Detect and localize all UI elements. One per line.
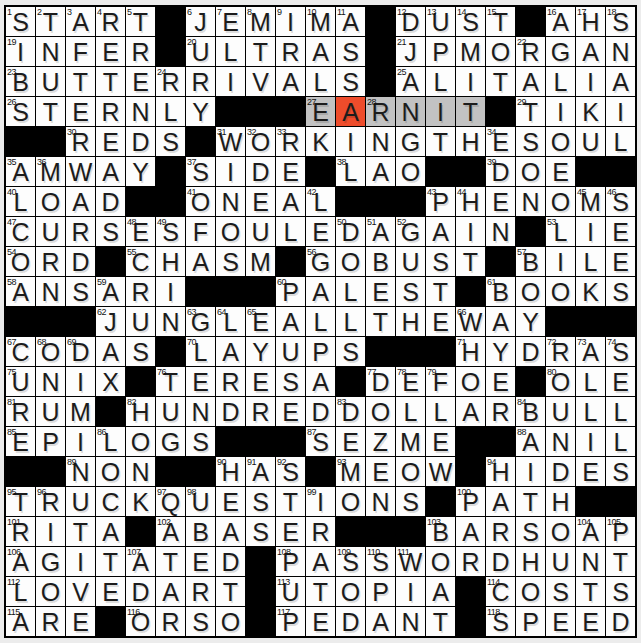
- cell-r4c13[interactable]: 28R: [366, 97, 395, 126]
- cell-r12c3[interactable]: 69D: [66, 337, 95, 366]
- cell-r6c2[interactable]: 36M: [36, 157, 65, 186]
- cell-r9c3[interactable]: D: [66, 247, 95, 276]
- cell-r20c6[interactable]: A: [156, 577, 185, 606]
- cell-r21c11[interactable]: E: [306, 607, 335, 636]
- cell-r10c15[interactable]: T: [426, 277, 455, 306]
- cell-r10c5[interactable]: R: [126, 277, 155, 306]
- cell-r13c14[interactable]: 78E: [396, 367, 425, 396]
- cell-r1c16[interactable]: 14S: [456, 7, 485, 36]
- cell-r16c9[interactable]: 91A: [246, 457, 275, 486]
- cell-r3c14[interactable]: 25A: [396, 67, 425, 96]
- cell-r21c7[interactable]: S: [186, 607, 215, 636]
- cell-r21c1[interactable]: 115A: [6, 607, 35, 636]
- cell-r8c1[interactable]: 47C: [6, 217, 35, 246]
- cell-r14c1[interactable]: 81R: [6, 397, 35, 426]
- cell-r21c6[interactable]: R: [156, 607, 185, 636]
- cell-r9c20[interactable]: L: [576, 247, 605, 276]
- cell-r4c12[interactable]: A: [336, 97, 365, 126]
- cell-r13c3[interactable]: I: [66, 367, 95, 396]
- cell-r3c19[interactable]: L: [546, 67, 575, 96]
- cell-r4c1[interactable]: 26S: [6, 97, 35, 126]
- cell-r18c20[interactable]: 104A: [576, 517, 605, 546]
- cell-r19c12[interactable]: 109S: [336, 547, 365, 576]
- cell-r18c1[interactable]: 101R: [6, 517, 35, 546]
- cell-r20c13[interactable]: P: [366, 577, 395, 606]
- cell-r18c4[interactable]: A: [96, 517, 125, 546]
- cell-r4c14[interactable]: N: [396, 97, 425, 126]
- cell-r11c16[interactable]: 66W: [456, 307, 485, 336]
- cell-r11c13[interactable]: T: [366, 307, 395, 336]
- cell-r9c13[interactable]: B: [366, 247, 395, 276]
- cell-r19c10[interactable]: 108P: [276, 547, 305, 576]
- cell-r19c20[interactable]: N: [576, 547, 605, 576]
- cell-r5c12[interactable]: I: [336, 127, 365, 156]
- cell-r1c4[interactable]: 4R: [96, 7, 125, 36]
- cell-r10c21[interactable]: S: [606, 277, 635, 306]
- cell-r17c17[interactable]: A: [486, 487, 515, 516]
- cell-r13c17[interactable]: E: [486, 367, 515, 396]
- cell-r1c17[interactable]: 15T: [486, 7, 515, 36]
- cell-r12c18[interactable]: D: [516, 337, 545, 366]
- cell-r8c16[interactable]: I: [456, 217, 485, 246]
- cell-r14c2[interactable]: U: [36, 397, 65, 426]
- cell-r20c18[interactable]: O: [516, 577, 545, 606]
- cell-r8c9[interactable]: U: [246, 217, 275, 246]
- cell-r17c10[interactable]: T: [276, 487, 305, 516]
- cell-r17c2[interactable]: 96R: [36, 487, 65, 516]
- cell-r1c9[interactable]: 8M: [246, 7, 275, 36]
- cell-r2c8[interactable]: L: [216, 37, 245, 66]
- cell-r9c2[interactable]: R: [36, 247, 65, 276]
- cell-r21c18[interactable]: P: [516, 607, 545, 636]
- cell-r17c13[interactable]: N: [366, 487, 395, 516]
- cell-r11c10[interactable]: A: [276, 307, 305, 336]
- cell-r2c1[interactable]: 19I: [6, 37, 35, 66]
- cell-r1c7[interactable]: 6J: [186, 7, 215, 36]
- cell-r12c7[interactable]: 70L: [186, 337, 215, 366]
- cell-r7c2[interactable]: O: [36, 187, 65, 216]
- cell-r12c19[interactable]: 72R: [546, 337, 575, 366]
- cell-r4c19[interactable]: I: [546, 97, 575, 126]
- cell-r10c2[interactable]: N: [36, 277, 65, 306]
- cell-r6c4[interactable]: A: [96, 157, 125, 186]
- cell-r2c20[interactable]: A: [576, 37, 605, 66]
- cell-r7c8[interactable]: N: [216, 187, 245, 216]
- cell-r20c14[interactable]: I: [396, 577, 425, 606]
- cell-r2c4[interactable]: E: [96, 37, 125, 66]
- cell-r3c18[interactable]: A: [516, 67, 545, 96]
- cell-r1c2[interactable]: 2T: [36, 7, 65, 36]
- cell-r8c4[interactable]: S: [96, 217, 125, 246]
- cell-r14c7[interactable]: N: [186, 397, 215, 426]
- cell-r1c3[interactable]: 3A: [66, 7, 95, 36]
- cell-r10c4[interactable]: 59A: [96, 277, 125, 306]
- cell-r11c7[interactable]: 63G: [186, 307, 215, 336]
- cell-r14c5[interactable]: 82H: [126, 397, 155, 426]
- cell-r3c12[interactable]: S: [336, 67, 365, 96]
- cell-r20c17[interactable]: 114C: [486, 577, 515, 606]
- cell-r4c4[interactable]: R: [96, 97, 125, 126]
- cell-r1c14[interactable]: 12D: [396, 7, 425, 36]
- cell-r16c3[interactable]: 89N: [66, 457, 95, 486]
- cell-r3c20[interactable]: I: [576, 67, 605, 96]
- cell-r7c16[interactable]: 44H: [456, 187, 485, 216]
- cell-r4c7[interactable]: Y: [186, 97, 215, 126]
- cell-r8c6[interactable]: 49S: [156, 217, 185, 246]
- cell-r4c6[interactable]: L: [156, 97, 185, 126]
- cell-r5c14[interactable]: G: [396, 127, 425, 156]
- cell-r19c15[interactable]: O: [426, 547, 455, 576]
- cell-r4c16[interactable]: T: [456, 97, 485, 126]
- cell-r2c18[interactable]: 22R: [516, 37, 545, 66]
- cell-r7c15[interactable]: 43P: [426, 187, 455, 216]
- cell-r10c12[interactable]: L: [336, 277, 365, 306]
- cell-r16c21[interactable]: S: [606, 457, 635, 486]
- cell-r19c1[interactable]: 106A: [6, 547, 35, 576]
- cell-r13c2[interactable]: N: [36, 367, 65, 396]
- cell-r3c10[interactable]: A: [276, 67, 305, 96]
- cell-r18c19[interactable]: O: [546, 517, 575, 546]
- cell-r19c21[interactable]: T: [606, 547, 635, 576]
- cell-r1c19[interactable]: 16A: [546, 7, 575, 36]
- cell-r10c13[interactable]: E: [366, 277, 395, 306]
- cell-r9c18[interactable]: 57B: [516, 247, 545, 276]
- cell-r19c6[interactable]: T: [156, 547, 185, 576]
- cell-r12c10[interactable]: U: [276, 337, 305, 366]
- cell-r6c1[interactable]: 35A: [6, 157, 35, 186]
- cell-r14c16[interactable]: A: [456, 397, 485, 426]
- cell-r14c15[interactable]: L: [426, 397, 455, 426]
- cell-r9c16[interactable]: T: [456, 247, 485, 276]
- cell-r17c18[interactable]: T: [516, 487, 545, 516]
- cell-r5c10[interactable]: 33R: [276, 127, 305, 156]
- cell-r13c6[interactable]: 76T: [156, 367, 185, 396]
- cell-r21c19[interactable]: E: [546, 607, 575, 636]
- cell-r19c2[interactable]: G: [36, 547, 65, 576]
- cell-r12c8[interactable]: A: [216, 337, 245, 366]
- cell-r3c17[interactable]: T: [486, 67, 515, 96]
- cell-r13c15[interactable]: 79F: [426, 367, 455, 396]
- cell-r14c10[interactable]: E: [276, 397, 305, 426]
- cell-r9c19[interactable]: I: [546, 247, 575, 276]
- cell-r2c3[interactable]: F: [66, 37, 95, 66]
- cell-r7c9[interactable]: E: [246, 187, 275, 216]
- cell-r16c10[interactable]: 92S: [276, 457, 305, 486]
- cell-r11c4[interactable]: 62J: [96, 307, 125, 336]
- cell-r16c13[interactable]: E: [366, 457, 395, 486]
- cell-r6c7[interactable]: 37S: [186, 157, 215, 186]
- cell-r19c17[interactable]: D: [486, 547, 515, 576]
- cell-r18c8[interactable]: A: [216, 517, 245, 546]
- cell-r5c20[interactable]: U: [576, 127, 605, 156]
- cell-r7c4[interactable]: D: [96, 187, 125, 216]
- cell-r19c3[interactable]: I: [66, 547, 95, 576]
- cell-r18c17[interactable]: R: [486, 517, 515, 546]
- cell-r2c17[interactable]: O: [486, 37, 515, 66]
- cell-r19c4[interactable]: T: [96, 547, 125, 576]
- cell-r18c3[interactable]: T: [66, 517, 95, 546]
- cell-r3c15[interactable]: L: [426, 67, 455, 96]
- cell-r2c19[interactable]: G: [546, 37, 575, 66]
- cell-r1c5[interactable]: 5T: [126, 7, 155, 36]
- cell-r13c8[interactable]: R: [216, 367, 245, 396]
- cell-r18c21[interactable]: 105P: [606, 517, 635, 546]
- cell-r12c1[interactable]: 67C: [6, 337, 35, 366]
- cell-r8c19[interactable]: 53L: [546, 217, 575, 246]
- cell-r20c8[interactable]: T: [216, 577, 245, 606]
- cell-r14c14[interactable]: L: [396, 397, 425, 426]
- cell-r14c19[interactable]: U: [546, 397, 575, 426]
- cell-r20c12[interactable]: O: [336, 577, 365, 606]
- cell-r1c11[interactable]: 10M: [306, 7, 335, 36]
- cell-r16c15[interactable]: W: [426, 457, 455, 486]
- cell-r11c18[interactable]: Y: [516, 307, 545, 336]
- cell-r19c18[interactable]: H: [516, 547, 545, 576]
- cell-r15c18[interactable]: 88A: [516, 427, 545, 456]
- cell-r2c2[interactable]: N: [36, 37, 65, 66]
- cell-r7c1[interactable]: 40L: [6, 187, 35, 216]
- cell-r6c12[interactable]: 38L: [336, 157, 365, 186]
- cell-r6c19[interactable]: E: [546, 157, 575, 186]
- cell-r9c5[interactable]: 55C: [126, 247, 155, 276]
- cell-r17c4[interactable]: C: [96, 487, 125, 516]
- cell-r1c8[interactable]: 7E: [216, 7, 245, 36]
- cell-r9c15[interactable]: S: [426, 247, 455, 276]
- cell-r1c15[interactable]: 13U: [426, 7, 455, 36]
- cell-r5c8[interactable]: 31W: [216, 127, 245, 156]
- cell-r3c16[interactable]: I: [456, 67, 485, 96]
- cell-r21c12[interactable]: D: [336, 607, 365, 636]
- cell-r3c7[interactable]: R: [186, 67, 215, 96]
- cell-r16c5[interactable]: N: [126, 457, 155, 486]
- cell-r5c17[interactable]: 34E: [486, 127, 515, 156]
- cell-r10c10[interactable]: 60P: [276, 277, 305, 306]
- cell-r5c15[interactable]: T: [426, 127, 455, 156]
- cell-r20c7[interactable]: R: [186, 577, 215, 606]
- cell-r16c19[interactable]: D: [546, 457, 575, 486]
- cell-r4c20[interactable]: K: [576, 97, 605, 126]
- cell-r1c12[interactable]: 11A: [336, 7, 365, 36]
- cell-r6c10[interactable]: E: [276, 157, 305, 186]
- cell-r14c17[interactable]: R: [486, 397, 515, 426]
- cell-r4c21[interactable]: I: [606, 97, 635, 126]
- cell-r19c8[interactable]: D: [216, 547, 245, 576]
- cell-r14c8[interactable]: D: [216, 397, 245, 426]
- cell-r12c9[interactable]: Y: [246, 337, 275, 366]
- cell-r10c3[interactable]: S: [66, 277, 95, 306]
- cell-r6c9[interactable]: D: [246, 157, 275, 186]
- cell-r9c14[interactable]: U: [396, 247, 425, 276]
- cell-r15c20[interactable]: I: [576, 427, 605, 456]
- cell-r14c11[interactable]: D: [306, 397, 335, 426]
- cell-r6c8[interactable]: I: [216, 157, 245, 186]
- cell-r8c17[interactable]: N: [486, 217, 515, 246]
- cell-r6c5[interactable]: Y: [126, 157, 155, 186]
- cell-r2c16[interactable]: M: [456, 37, 485, 66]
- cell-r19c11[interactable]: A: [306, 547, 335, 576]
- cell-r14c3[interactable]: M: [66, 397, 95, 426]
- cell-r14c18[interactable]: 84B: [516, 397, 545, 426]
- cell-r10c6[interactable]: I: [156, 277, 185, 306]
- cell-r18c16[interactable]: A: [456, 517, 485, 546]
- cell-r8c2[interactable]: U: [36, 217, 65, 246]
- cell-r8c10[interactable]: L: [276, 217, 305, 246]
- cell-r11c14[interactable]: H: [396, 307, 425, 336]
- cell-r21c20[interactable]: E: [576, 607, 605, 636]
- cell-r9c9[interactable]: M: [246, 247, 275, 276]
- cell-r15c13[interactable]: Z: [366, 427, 395, 456]
- cell-r13c4[interactable]: X: [96, 367, 125, 396]
- cell-r5c21[interactable]: L: [606, 127, 635, 156]
- cell-r21c3[interactable]: E: [66, 607, 95, 636]
- cell-r15c7[interactable]: S: [186, 427, 215, 456]
- cell-r11c8[interactable]: 64L: [216, 307, 245, 336]
- cell-r15c12[interactable]: E: [336, 427, 365, 456]
- cell-r6c17[interactable]: 39D: [486, 157, 515, 186]
- cell-r11c6[interactable]: N: [156, 307, 185, 336]
- cell-r11c9[interactable]: 65E: [246, 307, 275, 336]
- cell-r15c15[interactable]: E: [426, 427, 455, 456]
- cell-r6c13[interactable]: A: [366, 157, 395, 186]
- cell-r10c11[interactable]: A: [306, 277, 335, 306]
- cell-r21c2[interactable]: R: [36, 607, 65, 636]
- cell-r17c11[interactable]: 99I: [306, 487, 335, 516]
- cell-r10c18[interactable]: O: [516, 277, 545, 306]
- cell-r11c12[interactable]: L: [336, 307, 365, 336]
- cell-r12c11[interactable]: P: [306, 337, 335, 366]
- cell-r3c9[interactable]: V: [246, 67, 275, 96]
- cell-r20c3[interactable]: V: [66, 577, 95, 606]
- cell-r15c19[interactable]: N: [546, 427, 575, 456]
- cell-r19c16[interactable]: R: [456, 547, 485, 576]
- cell-r7c19[interactable]: O: [546, 187, 575, 216]
- cell-r7c10[interactable]: A: [276, 187, 305, 216]
- cell-r20c5[interactable]: D: [126, 577, 155, 606]
- cell-r20c21[interactable]: S: [606, 577, 635, 606]
- cell-r5c9[interactable]: 32O: [246, 127, 275, 156]
- cell-r12c12[interactable]: S: [336, 337, 365, 366]
- cell-r9c7[interactable]: A: [186, 247, 215, 276]
- cell-r8c21[interactable]: E: [606, 217, 635, 246]
- cell-r21c14[interactable]: N: [396, 607, 425, 636]
- cell-r2c12[interactable]: S: [336, 37, 365, 66]
- cell-r14c21[interactable]: L: [606, 397, 635, 426]
- cell-r18c2[interactable]: I: [36, 517, 65, 546]
- cell-r19c13[interactable]: 110S: [366, 547, 395, 576]
- cell-r20c4[interactable]: E: [96, 577, 125, 606]
- cell-r10c17[interactable]: 61B: [486, 277, 515, 306]
- cell-r14c9[interactable]: R: [246, 397, 275, 426]
- cell-r4c2[interactable]: T: [36, 97, 65, 126]
- cell-r4c3[interactable]: E: [66, 97, 95, 126]
- cell-r18c10[interactable]: E: [276, 517, 305, 546]
- cell-r9c11[interactable]: 56G: [306, 247, 335, 276]
- cell-r17c5[interactable]: K: [126, 487, 155, 516]
- cell-r8c15[interactable]: A: [426, 217, 455, 246]
- cell-r15c5[interactable]: O: [126, 427, 155, 456]
- cell-r16c20[interactable]: E: [576, 457, 605, 486]
- cell-r17c7[interactable]: 98U: [186, 487, 215, 516]
- cell-r8c5[interactable]: 48E: [126, 217, 155, 246]
- cell-r15c21[interactable]: L: [606, 427, 635, 456]
- cell-r10c1[interactable]: 58A: [6, 277, 35, 306]
- cell-r16c12[interactable]: 93M: [336, 457, 365, 486]
- cell-r11c11[interactable]: L: [306, 307, 335, 336]
- cell-r16c18[interactable]: I: [516, 457, 545, 486]
- cell-r7c18[interactable]: N: [516, 187, 545, 216]
- cell-r14c6[interactable]: U: [156, 397, 185, 426]
- cell-r7c7[interactable]: 41O: [186, 187, 215, 216]
- cell-r12c5[interactable]: S: [126, 337, 155, 366]
- cell-r3c5[interactable]: E: [126, 67, 155, 96]
- cell-r8c14[interactable]: 52G: [396, 217, 425, 246]
- cell-r17c9[interactable]: S: [246, 487, 275, 516]
- cell-r13c9[interactable]: E: [246, 367, 275, 396]
- cell-r18c7[interactable]: B: [186, 517, 215, 546]
- cell-r11c17[interactable]: A: [486, 307, 515, 336]
- cell-r18c15[interactable]: 103B: [426, 517, 455, 546]
- cell-r2c9[interactable]: T: [246, 37, 275, 66]
- cell-r5c13[interactable]: N: [366, 127, 395, 156]
- cell-r8c13[interactable]: 51A: [366, 217, 395, 246]
- cell-r5c5[interactable]: D: [126, 127, 155, 156]
- cell-r18c6[interactable]: 102A: [156, 517, 185, 546]
- cell-r8c12[interactable]: 50D: [336, 217, 365, 246]
- cell-r2c5[interactable]: R: [126, 37, 155, 66]
- cell-r9c21[interactable]: E: [606, 247, 635, 276]
- cell-r5c18[interactable]: S: [516, 127, 545, 156]
- cell-r4c11[interactable]: 27E: [306, 97, 335, 126]
- cell-r18c11[interactable]: R: [306, 517, 335, 546]
- cell-r15c14[interactable]: M: [396, 427, 425, 456]
- cell-r8c11[interactable]: E: [306, 217, 335, 246]
- cell-r3c1[interactable]: 23B: [6, 67, 35, 96]
- cell-r21c21[interactable]: D: [606, 607, 635, 636]
- cell-r7c17[interactable]: E: [486, 187, 515, 216]
- cell-r4c18[interactable]: 29T: [516, 97, 545, 126]
- cell-r12c21[interactable]: 74S: [606, 337, 635, 366]
- cell-r5c11[interactable]: K: [306, 127, 335, 156]
- cell-r7c21[interactable]: 46S: [606, 187, 635, 216]
- cell-r11c5[interactable]: U: [126, 307, 155, 336]
- cell-r9c6[interactable]: H: [156, 247, 185, 276]
- cell-r15c1[interactable]: 85E: [6, 427, 35, 456]
- cell-r19c14[interactable]: 111W: [396, 547, 425, 576]
- cell-r20c2[interactable]: O: [36, 577, 65, 606]
- cell-r12c2[interactable]: 68O: [36, 337, 65, 366]
- cell-r21c15[interactable]: T: [426, 607, 455, 636]
- cell-r3c8[interactable]: I: [216, 67, 245, 96]
- cell-r17c16[interactable]: 100P: [456, 487, 485, 516]
- cell-r8c7[interactable]: F: [186, 217, 215, 246]
- cell-r17c8[interactable]: E: [216, 487, 245, 516]
- cell-r6c3[interactable]: W: [66, 157, 95, 186]
- cell-r13c20[interactable]: L: [576, 367, 605, 396]
- cell-r13c16[interactable]: O: [456, 367, 485, 396]
- cell-r20c15[interactable]: A: [426, 577, 455, 606]
- cell-r12c4[interactable]: A: [96, 337, 125, 366]
- cell-r10c20[interactable]: K: [576, 277, 605, 306]
- cell-r5c3[interactable]: 30R: [66, 127, 95, 156]
- cell-r9c12[interactable]: O: [336, 247, 365, 276]
- cell-r13c10[interactable]: S: [276, 367, 305, 396]
- cell-r19c7[interactable]: E: [186, 547, 215, 576]
- cell-r15c3[interactable]: I: [66, 427, 95, 456]
- cell-r13c7[interactable]: E: [186, 367, 215, 396]
- cell-r20c20[interactable]: T: [576, 577, 605, 606]
- cell-r21c8[interactable]: O: [216, 607, 245, 636]
- cell-r3c3[interactable]: T: [66, 67, 95, 96]
